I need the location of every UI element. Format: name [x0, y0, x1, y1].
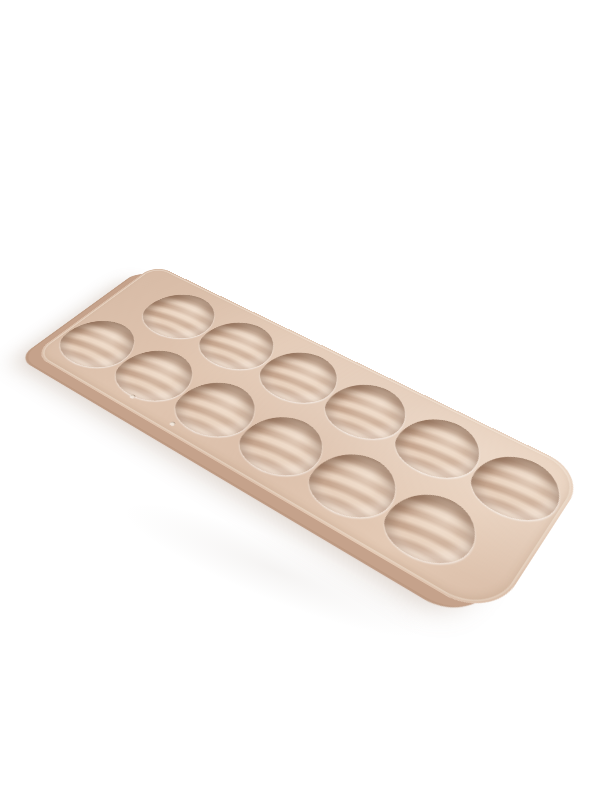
photo-scene [0, 0, 600, 800]
product-photo-background [0, 0, 600, 800]
rivet-hole-1 [130, 394, 137, 399]
madeleine-pan [33, 264, 587, 622]
cavity-grid [33, 264, 587, 622]
rivet-hole-2 [170, 421, 177, 426]
